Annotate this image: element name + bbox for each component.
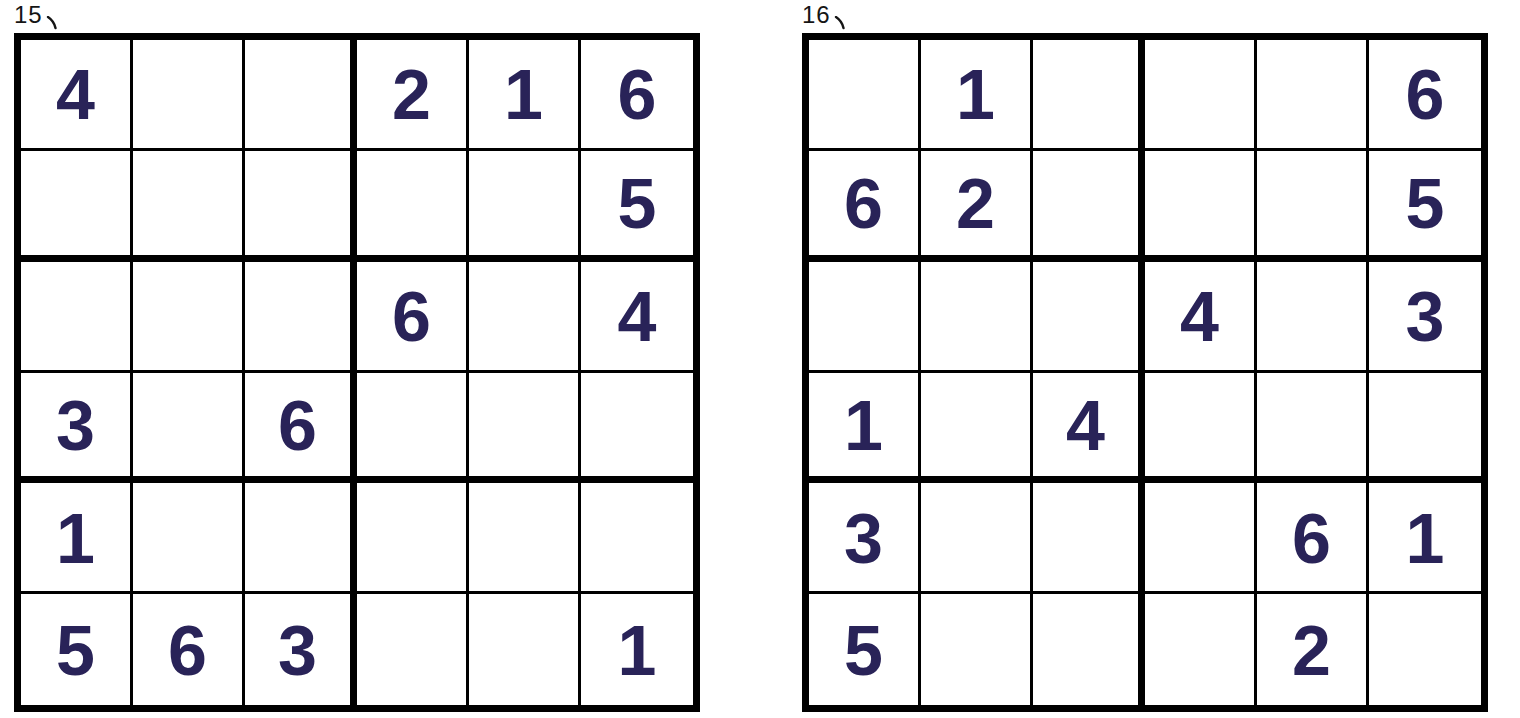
cell-r4c2-empty[interactable]	[133, 373, 245, 484]
puzzle-15-number: 15	[14, 2, 43, 27]
cell-r5c1-given: 3	[809, 483, 921, 594]
puzzle-16: 16 16625431436152	[802, 2, 1488, 718]
cell-r2c3-empty[interactable]	[1033, 151, 1145, 262]
cell-r4c5-empty[interactable]	[1257, 373, 1369, 484]
cell-r3c6-given: 3	[1369, 262, 1481, 373]
cell-r3c5-empty[interactable]	[1257, 262, 1369, 373]
cell-r5c4-empty[interactable]	[1145, 483, 1257, 594]
cell-r4c6-empty[interactable]	[1369, 373, 1481, 484]
cell-r2c5-empty[interactable]	[469, 151, 581, 262]
cell-r1c2-given: 1	[921, 40, 1033, 151]
puzzle-15-label: 15	[14, 2, 700, 33]
cell-r5c4-empty[interactable]	[357, 483, 469, 594]
cell-r1c2-empty[interactable]	[133, 40, 245, 151]
puzzle-15: 15 42165643615631	[14, 2, 700, 718]
cell-r3c5-empty[interactable]	[469, 262, 581, 373]
cell-r6c6-given: 1	[581, 594, 693, 705]
cell-r5c1-given: 1	[21, 483, 133, 594]
cell-r2c5-empty[interactable]	[1257, 151, 1369, 262]
cell-r1c6-given: 6	[1369, 40, 1481, 151]
puzzle-16-number: 16	[802, 2, 831, 27]
cell-r4c1-given: 1	[809, 373, 921, 484]
cell-r2c4-empty[interactable]	[357, 151, 469, 262]
cell-r3c1-empty[interactable]	[809, 262, 921, 373]
cell-r2c1-given: 6	[809, 151, 921, 262]
cell-r3c3-empty[interactable]	[1033, 262, 1145, 373]
cell-r5c2-empty[interactable]	[133, 483, 245, 594]
cell-r3c2-empty[interactable]	[133, 262, 245, 373]
cell-r3c2-empty[interactable]	[921, 262, 1033, 373]
cell-r1c1-given: 4	[21, 40, 133, 151]
puzzle-16-label: 16	[802, 2, 1488, 33]
cell-r4c4-empty[interactable]	[1145, 373, 1257, 484]
cell-r4c2-empty[interactable]	[921, 373, 1033, 484]
cell-r6c4-empty[interactable]	[1145, 594, 1257, 705]
sudoku-board-16: 16625431436152	[802, 33, 1488, 712]
cell-r4c3-given: 6	[245, 373, 357, 484]
cell-r1c5-given: 1	[469, 40, 581, 151]
cell-r2c6-given: 5	[1369, 151, 1481, 262]
cell-r1c4-empty[interactable]	[1145, 40, 1257, 151]
ideographic-comma-icon	[46, 9, 58, 34]
cell-r1c5-empty[interactable]	[1257, 40, 1369, 151]
cell-r4c6-empty[interactable]	[581, 373, 693, 484]
cell-r5c3-empty[interactable]	[245, 483, 357, 594]
cell-r5c5-given: 6	[1257, 483, 1369, 594]
cell-r6c4-empty[interactable]	[357, 594, 469, 705]
cell-r2c3-empty[interactable]	[245, 151, 357, 262]
cell-r5c5-empty[interactable]	[469, 483, 581, 594]
cell-r3c6-given: 4	[581, 262, 693, 373]
cell-r4c5-empty[interactable]	[469, 373, 581, 484]
cell-r5c2-empty[interactable]	[921, 483, 1033, 594]
cell-r6c1-given: 5	[21, 594, 133, 705]
cell-r4c4-empty[interactable]	[357, 373, 469, 484]
cell-r1c6-given: 6	[581, 40, 693, 151]
cell-r6c1-given: 5	[809, 594, 921, 705]
cell-r5c6-empty[interactable]	[581, 483, 693, 594]
cell-r5c6-given: 1	[1369, 483, 1481, 594]
cell-r3c3-empty[interactable]	[245, 262, 357, 373]
sudoku-worksheet: 15 42165643615631 16 16625431436152	[0, 0, 1520, 718]
cell-r3c1-empty[interactable]	[21, 262, 133, 373]
cell-r2c2-given: 2	[921, 151, 1033, 262]
cell-r1c1-empty[interactable]	[809, 40, 921, 151]
cell-r5c3-empty[interactable]	[1033, 483, 1145, 594]
cell-r2c2-empty[interactable]	[133, 151, 245, 262]
cell-r2c6-given: 5	[581, 151, 693, 262]
cell-r2c4-empty[interactable]	[1145, 151, 1257, 262]
cell-r6c5-given: 2	[1257, 594, 1369, 705]
ideographic-comma-icon	[834, 9, 846, 34]
cell-r1c3-empty[interactable]	[1033, 40, 1145, 151]
cell-r3c4-given: 4	[1145, 262, 1257, 373]
sudoku-board-15: 42165643615631	[14, 33, 700, 712]
cell-r2c1-empty[interactable]	[21, 151, 133, 262]
cell-r4c1-given: 3	[21, 373, 133, 484]
cell-r6c6-empty[interactable]	[1369, 594, 1481, 705]
cell-r3c4-given: 6	[357, 262, 469, 373]
cell-r6c3-given: 3	[245, 594, 357, 705]
cell-r6c2-given: 6	[133, 594, 245, 705]
cell-r6c3-empty[interactable]	[1033, 594, 1145, 705]
cell-r1c3-empty[interactable]	[245, 40, 357, 151]
cell-r6c2-empty[interactable]	[921, 594, 1033, 705]
cell-r1c4-given: 2	[357, 40, 469, 151]
cell-r6c5-empty[interactable]	[469, 594, 581, 705]
cell-r4c3-given: 4	[1033, 373, 1145, 484]
